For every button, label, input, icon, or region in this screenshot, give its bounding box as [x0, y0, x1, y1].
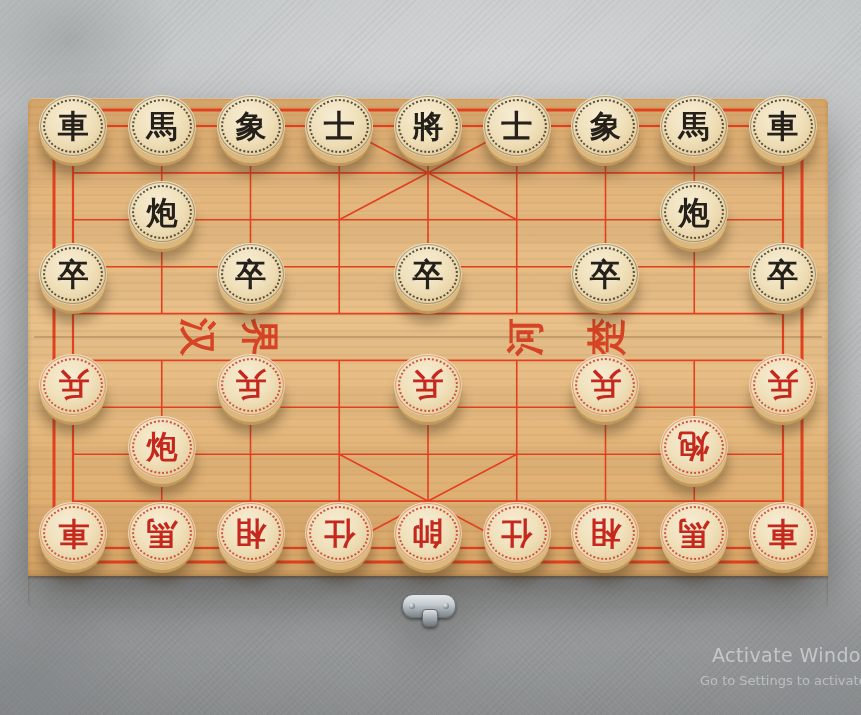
board-point-f7-r5[interactable]: [561, 313, 650, 337]
latch-screw-right: [443, 603, 449, 609]
piece-glyph: 卒: [590, 259, 621, 290]
piece-glyph: 象: [235, 111, 266, 142]
piece-red-horse-right[interactable]: 馬: [660, 502, 728, 564]
piece-grid: 車馬象士將士象馬車炮炮卒卒卒卒卒兵兵兵兵兵炮炮車馬相仕帥仕相馬車: [29, 103, 827, 572]
latch-screw-left: [409, 603, 415, 609]
board-point-f2-r7[interactable]: [118, 362, 207, 424]
board-point-f7-r1[interactable]: 象: [561, 103, 650, 165]
piece-red-soldier-4[interactable]: 兵: [571, 354, 639, 416]
board-point-f2-r10[interactable]: 馬: [118, 510, 207, 572]
piece-glyph: 兵: [235, 369, 266, 400]
watermark-line2: Go to Settings to activate: [700, 673, 861, 688]
piece-glyph: 車: [767, 518, 798, 549]
piece-red-cannon-right[interactable]: 炮: [660, 416, 728, 478]
piece-black-soldier-3[interactable]: 卒: [394, 243, 462, 305]
piece-glyph: 相: [235, 518, 266, 549]
piece-black-horse-left[interactable]: 馬: [128, 95, 196, 157]
piece-glyph: 炮: [678, 197, 709, 228]
board-point-f9-r4[interactable]: 卒: [738, 251, 827, 313]
board-point-f9-r1[interactable]: 車: [738, 103, 827, 165]
piece-black-chariot-right[interactable]: 車: [749, 95, 817, 157]
board-point-f8-r1[interactable]: 馬: [650, 103, 739, 165]
board-point-f3-r4[interactable]: 卒: [206, 251, 295, 313]
board-point-f8-r4[interactable]: [650, 251, 739, 313]
board-point-f6-r4[interactable]: [472, 251, 561, 313]
piece-glyph: 卒: [58, 259, 89, 290]
board-point-f6-r3[interactable]: [472, 189, 561, 251]
piece-black-soldier-5[interactable]: 卒: [749, 243, 817, 305]
board-point-f7-r7[interactable]: 兵: [561, 362, 650, 424]
piece-glyph: 相: [590, 518, 621, 549]
piece-black-soldier-2[interactable]: 卒: [217, 243, 285, 305]
board-point-f6-r8[interactable]: [472, 424, 561, 486]
board-point-f8-r7[interactable]: [650, 362, 739, 424]
board-point-f2-r8[interactable]: 炮: [118, 424, 207, 486]
piece-black-general[interactable]: 將: [394, 95, 462, 157]
piece-red-general[interactable]: 帥: [394, 502, 462, 564]
piece-black-soldier-1[interactable]: 卒: [39, 243, 107, 305]
piece-red-soldier-2[interactable]: 兵: [217, 354, 285, 416]
piece-red-elephant-right[interactable]: 相: [571, 502, 639, 564]
piece-black-soldier-4[interactable]: 卒: [571, 243, 639, 305]
board-point-f8-r8[interactable]: 炮: [650, 424, 739, 486]
piece-red-cannon-left[interactable]: 炮: [128, 416, 196, 478]
board-point-f5-r4[interactable]: 卒: [384, 251, 473, 313]
piece-red-horse-left[interactable]: 馬: [128, 502, 196, 564]
board-point-f1-r2[interactable]: [29, 165, 118, 189]
board-point-f4-r6[interactable]: [295, 338, 384, 362]
piece-glyph: 兵: [58, 369, 89, 400]
board-point-f4-r10[interactable]: 仕: [295, 510, 384, 572]
board-point-f1-r3[interactable]: [29, 189, 118, 251]
piece-black-elephant-right[interactable]: 象: [571, 95, 639, 157]
board-point-f9-r3[interactable]: [738, 189, 827, 251]
piece-red-soldier-1[interactable]: 兵: [39, 354, 107, 416]
board-point-f7-r8[interactable]: [561, 424, 650, 486]
piece-glyph: 兵: [412, 369, 443, 400]
board-point-f5-r1[interactable]: 將: [384, 103, 473, 165]
piece-glyph: 馬: [146, 111, 177, 142]
board-point-f5-r8[interactable]: [384, 424, 473, 486]
piece-red-advisor-right[interactable]: 仕: [483, 502, 551, 564]
board-point-f3-r1[interactable]: 象: [206, 103, 295, 165]
board-point-f9-r2[interactable]: [738, 165, 827, 189]
piece-glyph: 卒: [767, 259, 798, 290]
board-point-f3-r2[interactable]: [206, 165, 295, 189]
piece-glyph: 炮: [146, 431, 177, 462]
board-point-f3-r3[interactable]: [206, 189, 295, 251]
piece-glyph: 卒: [235, 259, 266, 290]
piece-glyph: 仕: [501, 518, 532, 549]
board-point-f6-r5[interactable]: [472, 313, 561, 337]
board-point-f9-r7[interactable]: 兵: [738, 362, 827, 424]
piece-black-elephant-left[interactable]: 象: [217, 95, 285, 157]
board-point-f3-r5[interactable]: [206, 313, 295, 337]
board-point-f6-r2[interactable]: [472, 165, 561, 189]
piece-glyph: 仕: [324, 518, 355, 549]
piece-glyph: 炮: [678, 431, 709, 462]
board-point-f4-r1[interactable]: 士: [295, 103, 384, 165]
windows-watermark: Activate Windows Go to Settings to activ…: [712, 644, 861, 688]
board-face: 汉 界 河 楚 車馬象士將士象馬車炮炮卒卒卒卒卒兵兵兵兵兵炮炮車馬相仕帥仕相馬車: [28, 98, 828, 576]
piece-glyph: 馬: [146, 518, 177, 549]
piece-black-cannon-right[interactable]: 炮: [660, 181, 728, 243]
piece-red-advisor-left[interactable]: 仕: [305, 502, 373, 564]
board-point-f3-r10[interactable]: 相: [206, 510, 295, 572]
piece-black-advisor-left[interactable]: 士: [305, 95, 373, 157]
board-point-f1-r8[interactable]: [29, 424, 118, 486]
piece-red-chariot-right[interactable]: 車: [749, 502, 817, 564]
board-point-f9-r10[interactable]: 車: [738, 510, 827, 572]
xiangqi-board: 汉 界 河 楚 車馬象士將士象馬車炮炮卒卒卒卒卒兵兵兵兵兵炮炮車馬相仕帥仕相馬車: [28, 98, 828, 608]
board-point-f1-r1[interactable]: 車: [29, 103, 118, 165]
board-point-f6-r7[interactable]: [472, 362, 561, 424]
board-point-f3-r7[interactable]: 兵: [206, 362, 295, 424]
piece-red-soldier-3[interactable]: 兵: [394, 354, 462, 416]
board-point-f5-r2[interactable]: [384, 165, 473, 189]
board-point-f4-r2[interactable]: [295, 165, 384, 189]
piece-red-chariot-left[interactable]: 車: [39, 502, 107, 564]
board-point-f9-r8[interactable]: [738, 424, 827, 486]
scene: 汉 界 河 楚 車馬象士將士象馬車炮炮卒卒卒卒卒兵兵兵兵兵炮炮車馬相仕帥仕相馬車…: [0, 0, 861, 715]
piece-glyph: 馬: [678, 518, 709, 549]
piece-glyph: 兵: [590, 369, 621, 400]
board-point-f6-r6[interactable]: [472, 338, 561, 362]
board-point-f4-r5[interactable]: [295, 313, 384, 337]
piece-black-advisor-right[interactable]: 士: [483, 95, 551, 157]
latch-tab: [422, 609, 438, 627]
board-point-f1-r7[interactable]: 兵: [29, 362, 118, 424]
board-point-f1-r10[interactable]: 車: [29, 510, 118, 572]
board-point-f2-r1[interactable]: 馬: [118, 103, 207, 165]
board-point-f9-r5[interactable]: [738, 313, 827, 337]
board-point-f7-r4[interactable]: 卒: [561, 251, 650, 313]
piece-glyph: 士: [501, 111, 532, 142]
piece-glyph: 象: [590, 111, 621, 142]
piece-glyph: 將: [412, 111, 443, 142]
board-point-f7-r3[interactable]: [561, 189, 650, 251]
board-point-f1-r5[interactable]: [29, 313, 118, 337]
piece-glyph: 帥: [412, 518, 443, 549]
piece-glyph: 馬: [678, 111, 709, 142]
board-point-f6-r10[interactable]: 仕: [472, 510, 561, 572]
board-point-f2-r4[interactable]: [118, 251, 207, 313]
board-point-f5-r3[interactable]: [384, 189, 473, 251]
board-point-f4-r7[interactable]: [295, 362, 384, 424]
board-point-f2-r5[interactable]: [118, 313, 207, 337]
piece-red-soldier-5[interactable]: 兵: [749, 354, 817, 416]
board-point-f7-r10[interactable]: 相: [561, 510, 650, 572]
board-point-f8-r10[interactable]: 馬: [650, 510, 739, 572]
board-point-f5-r5[interactable]: [384, 313, 473, 337]
piece-black-chariot-left[interactable]: 車: [39, 95, 107, 157]
watermark-line1: Activate Windows: [712, 644, 861, 666]
piece-black-cannon-left[interactable]: 炮: [128, 181, 196, 243]
board-point-f5-r10[interactable]: 帥: [384, 510, 473, 572]
piece-glyph: 卒: [412, 259, 443, 290]
board-point-f5-r7[interactable]: 兵: [384, 362, 473, 424]
piece-black-horse-right[interactable]: 馬: [660, 95, 728, 157]
piece-glyph: 車: [767, 111, 798, 142]
metal-latch-icon: [402, 594, 456, 618]
board-point-f7-r2[interactable]: [561, 165, 650, 189]
board-point-f2-r6[interactable]: [118, 338, 207, 362]
board-point-f4-r8[interactable]: [295, 424, 384, 486]
board-point-f2-r3[interactable]: 炮: [118, 189, 207, 251]
board-point-f8-r3[interactable]: 炮: [650, 189, 739, 251]
board-point-f4-r3[interactable]: [295, 189, 384, 251]
piece-glyph: 車: [58, 518, 89, 549]
piece-glyph: 士: [324, 111, 355, 142]
board-point-f6-r1[interactable]: 士: [472, 103, 561, 165]
piece-red-elephant-left[interactable]: 相: [217, 502, 285, 564]
board-point-f1-r4[interactable]: 卒: [29, 251, 118, 313]
board-point-f8-r6[interactable]: [650, 338, 739, 362]
piece-glyph: 兵: [767, 369, 798, 400]
piece-glyph: 車: [58, 111, 89, 142]
board-point-f4-r4[interactable]: [295, 251, 384, 313]
piece-glyph: 炮: [146, 197, 177, 228]
board-point-f8-r5[interactable]: [650, 313, 739, 337]
board-point-f3-r8[interactable]: [206, 424, 295, 486]
